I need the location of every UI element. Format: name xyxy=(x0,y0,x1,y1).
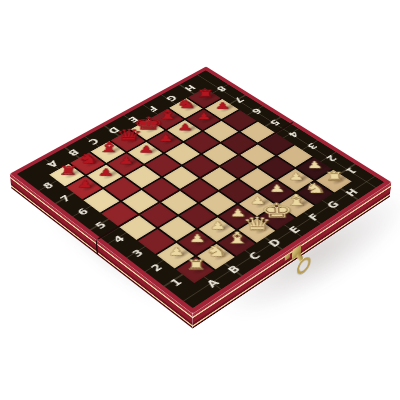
piece-glyph: ♟ xyxy=(168,123,201,132)
photo-white-background: ♜♞♝♛♚♝♞♜♟♟♟♟♟♟♟♟♟♟♟♟♟♟♟♟♜♞♝♛♚♝♞♜ AABBCCD… xyxy=(0,0,400,400)
chess-board: ♜♞♝♛♚♝♞♜♟♟♟♟♟♟♟♟♟♟♟♟♟♟♟♟♜♞♝♛♚♝♞♜ AABBCCD… xyxy=(10,66,392,313)
squares-grid: ♜♞♝♛♚♝♞♜♟♟♟♟♟♟♟♟♟♟♟♟♟♟♟♟♜♞♝♛♚♝♞♜ xyxy=(49,88,351,283)
piece-glyph: ♟ xyxy=(206,101,239,110)
piece-glyph: ♟ xyxy=(187,112,220,121)
piece-glyph: ♜ xyxy=(49,165,85,177)
piece-glyph: ♟ xyxy=(148,133,182,142)
piece-glyph: ♟ xyxy=(108,156,143,166)
piece-glyph: ♟ xyxy=(87,167,122,177)
scene: ♜♞♝♛♚♝♞♜♟♟♟♟♟♟♟♟♟♟♟♟♟♟♟♟♜♞♝♛♚♝♞♜ AABBCCD… xyxy=(0,0,400,400)
piece-glyph: ♟ xyxy=(128,145,162,155)
latch-pin xyxy=(285,253,290,261)
